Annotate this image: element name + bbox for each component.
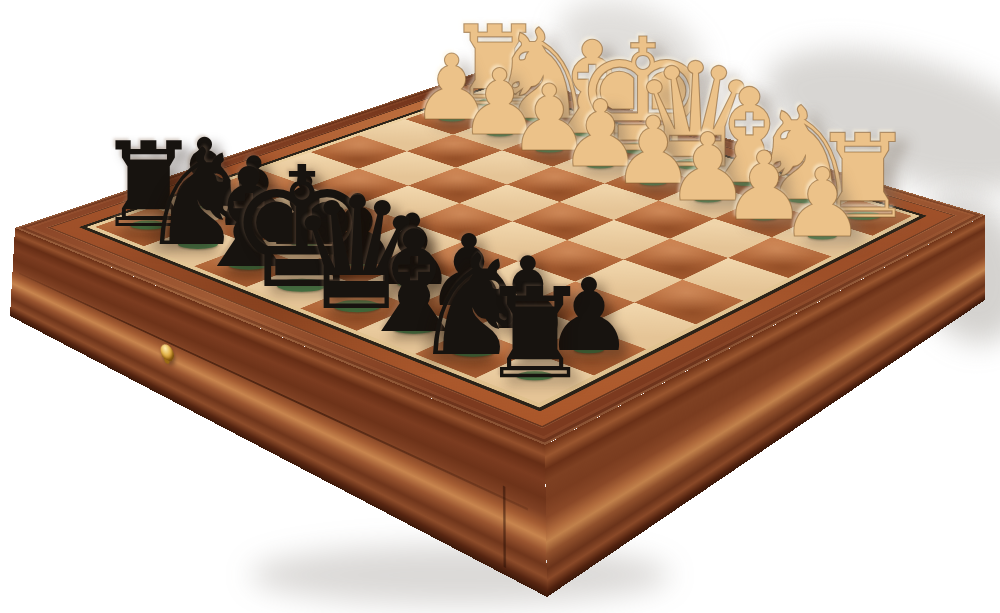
chess-set-scene: ♜♞♝♛♚♝♞♜♟♟♟♟♟♟♟♟♟♟♟♟♟♟♟♟♜♞♝♛♚♝♞♜	[0, 0, 1000, 613]
piece-black-rook-a8[interactable]: ♜	[479, 272, 591, 397]
piece-white-pawn-a2[interactable]: ♟	[780, 156, 865, 251]
